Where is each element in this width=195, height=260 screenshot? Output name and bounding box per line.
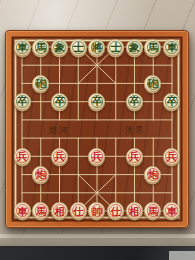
xiangqi-board: 楚河 漢界 車馬象士將士象馬車砲砲卒卒卒卒卒兵兵兵兵兵炮炮車馬相仕帥仕相馬車 xyxy=(13,38,181,220)
board-point-a5 xyxy=(13,111,32,129)
board-point-h5 xyxy=(144,111,163,129)
board-point-d1 xyxy=(69,184,88,202)
board-point-c2 xyxy=(50,165,69,183)
piece-black-general[interactable]: 將 xyxy=(88,39,105,56)
piece-red-soldier[interactable]: 兵 xyxy=(126,148,143,165)
piece-black-elephant[interactable]: 象 xyxy=(51,39,68,56)
board-point-f7 xyxy=(106,74,125,92)
board-point-i9: 車 xyxy=(162,38,181,56)
board-point-c0: 相 xyxy=(50,202,69,220)
piece-black-horse[interactable]: 馬 xyxy=(32,39,49,56)
board-point-a3: 兵 xyxy=(13,147,32,165)
board-point-h4 xyxy=(144,129,163,147)
board-point-d4 xyxy=(69,129,88,147)
board-point-d8 xyxy=(69,56,88,74)
board-point-c6: 卒 xyxy=(50,93,69,111)
board-point-c7 xyxy=(50,74,69,92)
board-point-h9: 馬 xyxy=(144,38,163,56)
board-point-f5 xyxy=(106,111,125,129)
board-point-a8 xyxy=(13,56,32,74)
board-point-g6: 卒 xyxy=(125,93,144,111)
piece-black-horse[interactable]: 馬 xyxy=(144,39,161,56)
board-point-g1 xyxy=(125,184,144,202)
xiangqi-board-frame: 楚河 漢界 車馬象士將士象馬車砲砲卒卒卒卒卒兵兵兵兵兵炮炮車馬相仕帥仕相馬車 xyxy=(5,30,189,228)
board-point-e3: 兵 xyxy=(88,147,107,165)
piece-red-chariot[interactable]: 車 xyxy=(163,202,180,219)
piece-black-soldier[interactable]: 卒 xyxy=(51,93,68,110)
table-edge xyxy=(0,238,195,246)
board-point-f9: 士 xyxy=(106,38,125,56)
board-point-b3 xyxy=(32,147,51,165)
board-point-d9: 士 xyxy=(69,38,88,56)
board-point-d3 xyxy=(69,147,88,165)
board-point-g7 xyxy=(125,74,144,92)
board-point-b9: 馬 xyxy=(32,38,51,56)
piece-black-soldier[interactable]: 卒 xyxy=(163,93,180,110)
piece-red-general[interactable]: 帥 xyxy=(88,202,105,219)
board-point-h2: 炮 xyxy=(144,165,163,183)
board-point-f3 xyxy=(106,147,125,165)
board-point-f2 xyxy=(106,165,125,183)
board-point-f4 xyxy=(106,129,125,147)
piece-red-cannon[interactable]: 炮 xyxy=(144,166,161,183)
board-point-d5 xyxy=(69,111,88,129)
board-point-f6 xyxy=(106,93,125,111)
piece-red-soldier[interactable]: 兵 xyxy=(14,148,31,165)
piece-red-advisor[interactable]: 仕 xyxy=(107,202,124,219)
piece-black-advisor[interactable]: 士 xyxy=(70,39,87,56)
piece-red-horse[interactable]: 馬 xyxy=(32,202,49,219)
board-point-h3 xyxy=(144,147,163,165)
board-point-b1 xyxy=(32,184,51,202)
board-point-c4 xyxy=(50,129,69,147)
board-point-c3: 兵 xyxy=(50,147,69,165)
board-grid: 車馬象士將士象馬車砲砲卒卒卒卒卒兵兵兵兵兵炮炮車馬相仕帥仕相馬車 xyxy=(13,38,181,220)
board-point-h8 xyxy=(144,56,163,74)
board-point-b4 xyxy=(32,129,51,147)
board-point-g0: 相 xyxy=(125,202,144,220)
board-point-e5 xyxy=(88,111,107,129)
piece-red-advisor[interactable]: 仕 xyxy=(70,202,87,219)
board-point-e4 xyxy=(88,129,107,147)
board-point-a7 xyxy=(13,74,32,92)
piece-black-cannon[interactable]: 砲 xyxy=(32,75,49,92)
board-point-b7: 砲 xyxy=(32,74,51,92)
piece-black-elephant[interactable]: 象 xyxy=(126,39,143,56)
board-point-a6: 卒 xyxy=(13,93,32,111)
board-point-c5 xyxy=(50,111,69,129)
piece-red-horse[interactable]: 馬 xyxy=(144,202,161,219)
board-point-d6 xyxy=(69,93,88,111)
board-point-h0: 馬 xyxy=(144,202,163,220)
board-point-a9: 車 xyxy=(13,38,32,56)
board-point-b6 xyxy=(32,93,51,111)
board-point-d7 xyxy=(69,74,88,92)
piece-black-soldier[interactable]: 卒 xyxy=(126,93,143,110)
board-point-i1 xyxy=(162,184,181,202)
piece-red-elephant[interactable]: 相 xyxy=(126,202,143,219)
board-point-b8 xyxy=(32,56,51,74)
piece-red-chariot[interactable]: 車 xyxy=(14,202,31,219)
board-point-c8 xyxy=(50,56,69,74)
board-point-c1 xyxy=(50,184,69,202)
board-point-f1 xyxy=(106,184,125,202)
board-point-a4 xyxy=(13,129,32,147)
board-point-i6: 卒 xyxy=(162,93,181,111)
board-point-i5 xyxy=(162,111,181,129)
board-point-a1 xyxy=(13,184,32,202)
board-point-b0: 馬 xyxy=(32,202,51,220)
board-point-g2 xyxy=(125,165,144,183)
table-edge-glint xyxy=(169,251,195,260)
board-point-e2 xyxy=(88,165,107,183)
board-point-d0: 仕 xyxy=(69,202,88,220)
piece-black-soldier[interactable]: 卒 xyxy=(88,93,105,110)
piece-black-advisor[interactable]: 士 xyxy=(107,39,124,56)
board-point-h7: 砲 xyxy=(144,74,163,92)
piece-black-chariot[interactable]: 車 xyxy=(163,39,180,56)
board-point-e0: 帥 xyxy=(88,202,107,220)
piece-red-soldier[interactable]: 兵 xyxy=(88,148,105,165)
board-point-i2 xyxy=(162,165,181,183)
board-point-f8 xyxy=(106,56,125,74)
piece-red-soldier[interactable]: 兵 xyxy=(51,148,68,165)
board-point-g8 xyxy=(125,56,144,74)
piece-red-soldier[interactable]: 兵 xyxy=(163,148,180,165)
board-point-h1 xyxy=(144,184,163,202)
board-point-e9: 將 xyxy=(88,38,107,56)
board-point-c9: 象 xyxy=(50,38,69,56)
board-point-i8 xyxy=(162,56,181,74)
piece-red-elephant[interactable]: 相 xyxy=(51,202,68,219)
piece-black-cannon[interactable]: 砲 xyxy=(144,75,161,92)
board-point-h6 xyxy=(144,93,163,111)
board-point-e7 xyxy=(88,74,107,92)
board-point-f0: 仕 xyxy=(106,202,125,220)
board-point-e6: 卒 xyxy=(88,93,107,111)
piece-black-soldier[interactable]: 卒 xyxy=(14,93,31,110)
board-point-a2 xyxy=(13,165,32,183)
board-point-i3: 兵 xyxy=(162,147,181,165)
board-point-g3: 兵 xyxy=(125,147,144,165)
board-point-i4 xyxy=(162,129,181,147)
board-point-d2 xyxy=(69,165,88,183)
board-point-e8 xyxy=(88,56,107,74)
board-point-i0: 車 xyxy=(162,202,181,220)
board-point-a0: 車 xyxy=(13,202,32,220)
piece-red-cannon[interactable]: 炮 xyxy=(32,166,49,183)
board-point-g9: 象 xyxy=(125,38,144,56)
table-edge-shadow xyxy=(0,246,195,260)
piece-black-chariot[interactable]: 車 xyxy=(14,39,31,56)
board-point-b5 xyxy=(32,111,51,129)
board-point-g5 xyxy=(125,111,144,129)
board-point-g4 xyxy=(125,129,144,147)
board-point-i7 xyxy=(162,74,181,92)
board-point-b2: 炮 xyxy=(32,165,51,183)
board-point-e1 xyxy=(88,184,107,202)
